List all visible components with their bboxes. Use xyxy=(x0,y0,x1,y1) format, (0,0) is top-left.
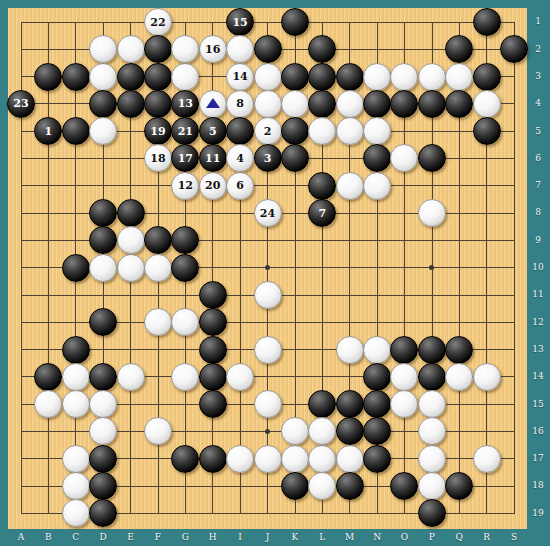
black-stone-H12 xyxy=(199,308,227,336)
black-stone-D9 xyxy=(89,226,117,254)
black-stone-N14 xyxy=(363,363,391,391)
white-stone-E9 xyxy=(117,226,145,254)
black-stone-D18 xyxy=(89,472,117,500)
row-label-12: 12 xyxy=(527,309,549,336)
black-stone-Q4 xyxy=(445,90,473,118)
white-stone-J4 xyxy=(254,90,282,118)
white-stone-I14 xyxy=(226,363,254,391)
black-stone-P14 xyxy=(418,363,446,391)
black-stone-L8: 7 xyxy=(308,199,336,227)
move-number: 19 xyxy=(150,126,165,137)
white-stone-F12 xyxy=(144,308,172,336)
star-point xyxy=(429,265,434,270)
white-stone-C19 xyxy=(62,499,90,527)
white-stone-M4 xyxy=(336,90,364,118)
black-stone-Q13 xyxy=(445,336,473,364)
black-stone-E4 xyxy=(117,90,145,118)
column-label-I: I xyxy=(226,530,253,544)
black-stone-I1: 15 xyxy=(226,8,254,36)
black-stone-G6: 17 xyxy=(171,144,199,172)
white-stone-P16 xyxy=(418,417,446,445)
black-stone-N4 xyxy=(363,90,391,118)
white-stone-M5 xyxy=(336,117,364,145)
white-stone-P18 xyxy=(418,472,446,500)
white-stone-E10 xyxy=(117,254,145,282)
move-number: 3 xyxy=(264,153,272,164)
column-label-R: R xyxy=(473,530,500,544)
black-stone-K6 xyxy=(281,144,309,172)
white-stone-D5 xyxy=(89,117,117,145)
column-label-M: M xyxy=(336,530,363,544)
move-number: 18 xyxy=(150,153,165,164)
white-stone-O15 xyxy=(390,390,418,418)
move-number: 20 xyxy=(205,180,220,191)
black-stone-B5: 1 xyxy=(34,117,62,145)
black-stone-P6 xyxy=(418,144,446,172)
white-stone-D15 xyxy=(89,390,117,418)
black-stone-H15 xyxy=(199,390,227,418)
black-stone-A4: 23 xyxy=(7,90,35,118)
white-stone-K16 xyxy=(281,417,309,445)
column-label-O: O xyxy=(391,530,418,544)
move-number: 5 xyxy=(209,126,217,137)
white-stone-I4: 8 xyxy=(226,90,254,118)
black-stone-H5: 5 xyxy=(199,117,227,145)
white-stone-C14 xyxy=(62,363,90,391)
move-number: 14 xyxy=(232,71,247,82)
black-stone-G17 xyxy=(171,445,199,473)
move-number: 8 xyxy=(236,98,244,109)
row-label-9: 9 xyxy=(527,227,549,254)
white-stone-K17 xyxy=(281,445,309,473)
row-label-17: 17 xyxy=(527,445,549,472)
white-stone-G3 xyxy=(171,63,199,91)
black-stone-O18 xyxy=(390,472,418,500)
row-label-6: 6 xyxy=(527,145,549,172)
black-stone-G10 xyxy=(171,254,199,282)
black-stone-P13 xyxy=(418,336,446,364)
black-stone-D8 xyxy=(89,199,117,227)
black-stone-H14 xyxy=(199,363,227,391)
move-number: 24 xyxy=(260,208,275,219)
row-label-7: 7 xyxy=(527,172,549,199)
white-stone-O6 xyxy=(390,144,418,172)
black-stone-N15 xyxy=(363,390,391,418)
black-stone-J2 xyxy=(254,35,282,63)
black-stone-D19 xyxy=(89,499,117,527)
black-stone-P4 xyxy=(418,90,446,118)
column-label-C: C xyxy=(62,530,89,544)
white-stone-J15 xyxy=(254,390,282,418)
black-stone-M3 xyxy=(336,63,364,91)
row-label-3: 3 xyxy=(527,63,549,90)
white-stone-P17 xyxy=(418,445,446,473)
black-stone-F2 xyxy=(144,35,172,63)
black-stone-M15 xyxy=(336,390,364,418)
white-stone-I17 xyxy=(226,445,254,473)
column-label-B: B xyxy=(35,530,62,544)
black-stone-E8 xyxy=(117,199,145,227)
white-stone-E2 xyxy=(117,35,145,63)
black-stone-G9 xyxy=(171,226,199,254)
white-stone-H2: 16 xyxy=(199,35,227,63)
black-stone-F4 xyxy=(144,90,172,118)
white-stone-N5 xyxy=(363,117,391,145)
column-label-Q: Q xyxy=(446,530,473,544)
black-stone-D12 xyxy=(89,308,117,336)
column-label-F: F xyxy=(144,530,171,544)
black-stone-K3 xyxy=(281,63,309,91)
white-stone-J13 xyxy=(254,336,282,364)
black-stone-H13 xyxy=(199,336,227,364)
white-stone-I3: 14 xyxy=(226,63,254,91)
column-label-N: N xyxy=(363,530,390,544)
black-stone-O13 xyxy=(390,336,418,364)
white-stone-G2 xyxy=(171,35,199,63)
white-stone-F16 xyxy=(144,417,172,445)
row-label-14: 14 xyxy=(527,363,549,390)
black-stone-G5: 21 xyxy=(171,117,199,145)
move-number: 6 xyxy=(236,180,244,191)
black-stone-H17 xyxy=(199,445,227,473)
white-stone-K4 xyxy=(281,90,309,118)
white-stone-D2 xyxy=(89,35,117,63)
white-stone-F1: 22 xyxy=(144,8,172,36)
move-number: 2 xyxy=(264,126,272,137)
star-point xyxy=(265,429,270,434)
white-stone-R14 xyxy=(473,363,501,391)
row-labels: 12345678910111213141516171819 xyxy=(527,8,549,527)
white-stone-N3 xyxy=(363,63,391,91)
black-stone-F5: 19 xyxy=(144,117,172,145)
black-stone-C10 xyxy=(62,254,90,282)
white-stone-I7: 6 xyxy=(226,172,254,200)
row-label-10: 10 xyxy=(527,254,549,281)
white-stone-L16 xyxy=(308,417,336,445)
star-point xyxy=(265,265,270,270)
black-stone-K5 xyxy=(281,117,309,145)
white-stone-M17 xyxy=(336,445,364,473)
move-number: 16 xyxy=(205,44,220,55)
column-label-G: G xyxy=(172,530,199,544)
column-label-E: E xyxy=(117,530,144,544)
white-stone-P3 xyxy=(418,63,446,91)
column-label-J: J xyxy=(254,530,281,544)
black-stone-L2 xyxy=(308,35,336,63)
white-stone-H4 xyxy=(199,90,227,118)
white-stone-P8 xyxy=(418,199,446,227)
black-stone-S2 xyxy=(500,35,528,63)
white-stone-G12 xyxy=(171,308,199,336)
column-labels: ABCDEFGHIJKLMNOPQRS xyxy=(7,530,528,544)
black-stone-N17 xyxy=(363,445,391,473)
black-stone-F9 xyxy=(144,226,172,254)
move-number: 23 xyxy=(13,98,28,109)
row-label-4: 4 xyxy=(527,90,549,117)
black-stone-L3 xyxy=(308,63,336,91)
white-stone-R4 xyxy=(473,90,501,118)
move-number: 4 xyxy=(236,153,244,164)
white-stone-C18 xyxy=(62,472,90,500)
black-stone-B14 xyxy=(34,363,62,391)
black-stone-O4 xyxy=(390,90,418,118)
black-stone-N6 xyxy=(363,144,391,172)
white-stone-G14 xyxy=(171,363,199,391)
white-stone-H7: 20 xyxy=(199,172,227,200)
black-stone-L4 xyxy=(308,90,336,118)
white-stone-F6: 18 xyxy=(144,144,172,172)
white-stone-B15 xyxy=(34,390,62,418)
white-stone-M13 xyxy=(336,336,364,364)
white-stone-O3 xyxy=(390,63,418,91)
white-stone-D16 xyxy=(89,417,117,445)
row-label-13: 13 xyxy=(527,336,549,363)
move-number: 17 xyxy=(178,153,193,164)
black-stone-H6: 11 xyxy=(199,144,227,172)
black-stone-I5 xyxy=(226,117,254,145)
white-stone-N13 xyxy=(363,336,391,364)
black-stone-L15 xyxy=(308,390,336,418)
white-stone-Q14 xyxy=(445,363,473,391)
row-label-19: 19 xyxy=(527,500,549,527)
black-stone-Q18 xyxy=(445,472,473,500)
move-number: 13 xyxy=(178,98,193,109)
black-stone-N16 xyxy=(363,417,391,445)
black-stone-F3 xyxy=(144,63,172,91)
row-label-1: 1 xyxy=(527,8,549,35)
white-stone-J5: 2 xyxy=(254,117,282,145)
white-stone-D10 xyxy=(89,254,117,282)
move-number: 1 xyxy=(45,126,53,137)
move-number: 11 xyxy=(205,153,220,164)
white-stone-P15 xyxy=(418,390,446,418)
white-stone-E14 xyxy=(117,363,145,391)
black-stone-Q2 xyxy=(445,35,473,63)
row-label-11: 11 xyxy=(527,281,549,308)
black-stone-C5 xyxy=(62,117,90,145)
white-stone-L5 xyxy=(308,117,336,145)
black-stone-L7 xyxy=(308,172,336,200)
white-stone-L17 xyxy=(308,445,336,473)
white-stone-L18 xyxy=(308,472,336,500)
black-stone-K1 xyxy=(281,8,309,36)
black-stone-M18 xyxy=(336,472,364,500)
row-label-18: 18 xyxy=(527,472,549,499)
white-stone-R17 xyxy=(473,445,501,473)
white-stone-I6: 4 xyxy=(226,144,254,172)
move-number: 15 xyxy=(232,17,247,28)
column-label-D: D xyxy=(89,530,116,544)
move-number: 22 xyxy=(150,17,165,28)
row-label-16: 16 xyxy=(527,418,549,445)
white-stone-Q3 xyxy=(445,63,473,91)
row-label-5: 5 xyxy=(527,118,549,145)
row-label-15: 15 xyxy=(527,391,549,418)
move-number: 21 xyxy=(178,126,193,137)
black-stone-B3 xyxy=(34,63,62,91)
black-stone-G4: 13 xyxy=(171,90,199,118)
black-stone-C3 xyxy=(62,63,90,91)
black-stone-D17 xyxy=(89,445,117,473)
white-stone-I2 xyxy=(226,35,254,63)
black-stone-E3 xyxy=(117,63,145,91)
white-stone-J11 xyxy=(254,281,282,309)
column-label-P: P xyxy=(418,530,445,544)
black-stone-C13 xyxy=(62,336,90,364)
white-stone-F10 xyxy=(144,254,172,282)
move-number: 12 xyxy=(178,180,193,191)
white-stone-C15 xyxy=(62,390,90,418)
white-stone-C17 xyxy=(62,445,90,473)
column-label-A: A xyxy=(7,530,34,544)
white-stone-G7: 12 xyxy=(171,172,199,200)
black-stone-D14 xyxy=(89,363,117,391)
move-number: 7 xyxy=(318,208,326,219)
black-stone-K18 xyxy=(281,472,309,500)
black-stone-R5 xyxy=(473,117,501,145)
black-stone-R1 xyxy=(473,8,501,36)
stones-grid: 221516142313811921521817114312206247 xyxy=(7,8,528,527)
black-stone-D4 xyxy=(89,90,117,118)
black-stone-P19 xyxy=(418,499,446,527)
white-stone-M7 xyxy=(336,172,364,200)
column-label-S: S xyxy=(500,530,527,544)
go-diagram: 221516142313811921521817114312206247 ABC… xyxy=(0,0,550,546)
white-stone-O14 xyxy=(390,363,418,391)
white-stone-J3 xyxy=(254,63,282,91)
white-stone-N7 xyxy=(363,172,391,200)
column-label-L: L xyxy=(309,530,336,544)
white-stone-D3 xyxy=(89,63,117,91)
row-label-2: 2 xyxy=(527,36,549,63)
black-stone-H11 xyxy=(199,281,227,309)
white-stone-J8: 24 xyxy=(254,199,282,227)
white-stone-J17 xyxy=(254,445,282,473)
black-stone-M16 xyxy=(336,417,364,445)
black-stone-R3 xyxy=(473,63,501,91)
column-label-H: H xyxy=(199,530,226,544)
column-label-K: K xyxy=(281,530,308,544)
black-stone-J6: 3 xyxy=(254,144,282,172)
triangle-marker-icon xyxy=(206,98,220,108)
row-label-8: 8 xyxy=(527,199,549,226)
